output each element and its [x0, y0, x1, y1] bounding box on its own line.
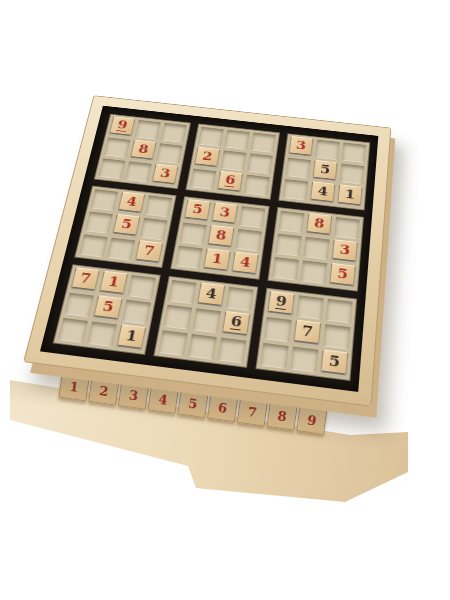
cell-r8c3[interactable] [122, 300, 151, 325]
cell-r6c4[interactable] [175, 246, 203, 269]
cell-r1c7[interactable]: 3 [288, 137, 313, 157]
box-2: 26 [185, 124, 280, 200]
tile-digit: 1 [211, 252, 224, 266]
tile-digit: 3 [219, 206, 231, 219]
tile-digit: 5 [320, 163, 331, 176]
tile-digit: 1 [125, 328, 139, 343]
cell-r6c7[interactable] [272, 257, 299, 281]
cell-r2c2[interactable]: 8 [130, 140, 156, 160]
box-1: 983 [94, 114, 191, 189]
cell-r8c4[interactable] [163, 305, 192, 330]
tile-r4c4[interactable]: 5 [185, 199, 210, 219]
cell-r5c2[interactable]: 5 [112, 215, 140, 237]
tile-r5c9[interactable]: 3 [333, 239, 357, 260]
cell-r2c9[interactable] [340, 164, 365, 185]
cell-r5c4[interactable] [179, 222, 206, 245]
tray-digit: 3 [128, 387, 139, 403]
cell-r1c3[interactable] [161, 123, 187, 143]
cell-r6c9[interactable]: 5 [329, 264, 355, 288]
tile-r7c1[interactable]: 7 [72, 267, 99, 289]
cell-r4c7[interactable] [278, 211, 304, 233]
cell-r3c6[interactable] [244, 175, 270, 196]
tile-digit: 5 [101, 299, 115, 314]
box-3: 3541 [278, 133, 370, 210]
cell-r1c9[interactable] [342, 143, 366, 164]
cell-r1c6[interactable] [251, 133, 276, 153]
cell-r7c1[interactable]: 7 [70, 268, 99, 292]
tile-digit: 2 [201, 150, 213, 162]
tile-r6c3[interactable]: 7 [136, 240, 162, 261]
cell-r4c3[interactable] [145, 195, 172, 217]
cell-r4c9[interactable] [334, 217, 360, 240]
sudoku-grid: 98326354145753814835715146975 [40, 106, 378, 392]
cell-r8c5[interactable] [192, 308, 221, 333]
tile-r7c2[interactable]: 1 [100, 271, 127, 293]
cell-r7c7[interactable]: 9 [267, 292, 295, 317]
cell-r2c5[interactable] [221, 150, 247, 171]
cell-r8c7[interactable] [264, 317, 292, 342]
cell-r5c7[interactable] [275, 234, 302, 257]
cell-r8c8[interactable]: 7 [293, 321, 321, 346]
cell-r2c4[interactable]: 2 [194, 147, 220, 168]
tile-r6c5[interactable]: 1 [205, 248, 230, 269]
cell-r5c8[interactable] [303, 237, 329, 260]
cell-r6c5[interactable]: 1 [203, 249, 231, 272]
tile-r8c2[interactable]: 5 [95, 295, 122, 318]
tray-tile-1[interactable]: 1 [58, 372, 89, 402]
cell-r7c8[interactable] [296, 295, 323, 320]
board-frame: 98326354145753814835715146975 [23, 95, 391, 406]
tray-tile-6[interactable]: 6 [207, 393, 238, 423]
cell-r4c5[interactable]: 3 [211, 203, 238, 225]
cell-r2c6[interactable] [247, 153, 273, 174]
cell-r3c8[interactable]: 4 [310, 182, 335, 204]
cell-r1c4[interactable] [198, 127, 224, 147]
tile-digit: 9 [275, 294, 288, 310]
tray-digit: 4 [158, 391, 169, 407]
tray-digit: 6 [217, 399, 228, 415]
cell-r7c5[interactable]: 4 [197, 283, 225, 307]
tile-digit: 6 [224, 174, 236, 188]
tile-r9c3[interactable]: 1 [118, 324, 145, 347]
cell-r5c6[interactable] [235, 229, 262, 252]
cell-r9c4[interactable] [158, 330, 187, 356]
tile-r4c8[interactable]: 8 [307, 213, 331, 234]
tile-digit: 3 [159, 167, 171, 180]
box-7: 7151 [53, 264, 161, 355]
tile-r8c6[interactable]: 6 [223, 311, 249, 334]
cell-r7c4[interactable] [168, 280, 196, 304]
cell-r3c4[interactable] [190, 169, 216, 190]
tile-r3c8[interactable]: 4 [311, 181, 334, 201]
tray-tile-7[interactable]: 7 [237, 397, 268, 427]
cell-r1c8[interactable] [315, 140, 340, 160]
tray-tile-9[interactable]: 9 [296, 405, 327, 435]
box-9: 975 [255, 288, 357, 381]
cell-r4c1[interactable] [91, 189, 119, 211]
cell-r9c2[interactable] [87, 321, 117, 346]
tile-r5c2[interactable]: 5 [114, 214, 140, 235]
tile-digit: 1 [344, 188, 355, 201]
cell-r9c7[interactable] [260, 343, 288, 369]
tile-digit: 7 [143, 244, 156, 258]
box-8: 46 [153, 276, 258, 368]
cell-r5c1[interactable] [85, 211, 113, 233]
tray-digit: 9 [306, 412, 317, 428]
tile-digit: 3 [295, 139, 306, 151]
cell-r8c6[interactable]: 6 [222, 312, 250, 337]
cell-r4c6[interactable] [239, 206, 265, 228]
tray-digit: 1 [69, 378, 80, 394]
tile-digit: 4 [317, 185, 328, 198]
tile-r3c5[interactable]: 6 [218, 171, 242, 191]
cell-r5c3[interactable] [140, 218, 168, 241]
cell-r1c5[interactable] [224, 130, 249, 150]
cell-r8c2[interactable]: 5 [93, 296, 122, 321]
tile-digit: 5 [328, 354, 341, 370]
cell-r8c9[interactable] [323, 324, 350, 350]
cell-r4c8[interactable]: 8 [306, 214, 332, 236]
tile-r6c9[interactable]: 5 [331, 263, 355, 285]
cell-r9c9[interactable]: 5 [320, 350, 348, 376]
box-6: 835 [267, 207, 364, 292]
tile-r4c5[interactable]: 3 [213, 202, 237, 222]
tile-r9c9[interactable]: 5 [322, 349, 348, 373]
cell-r7c3[interactable] [127, 275, 156, 299]
cell-r2c7[interactable] [286, 158, 311, 179]
cell-r6c2[interactable] [107, 238, 135, 261]
tray-digit: 2 [98, 383, 109, 399]
tile-r2c2[interactable]: 8 [131, 140, 155, 159]
cell-r6c8[interactable] [301, 260, 328, 284]
cell-r3c5[interactable]: 6 [217, 172, 243, 193]
tile-r2c4[interactable]: 2 [195, 147, 219, 166]
tile-digit: 9 [116, 119, 128, 132]
cell-r6c6[interactable]: 4 [231, 252, 258, 275]
tile-r3c9[interactable]: 1 [339, 184, 362, 204]
tile-digit: 1 [107, 275, 120, 289]
cell-r2c8[interactable]: 5 [313, 161, 338, 182]
tile-r5c5[interactable]: 8 [209, 225, 234, 246]
tile-r2c8[interactable]: 5 [314, 160, 337, 179]
cell-r6c1[interactable] [79, 234, 108, 257]
tray-tile-4[interactable]: 4 [148, 384, 179, 414]
box-4: 457 [74, 186, 176, 268]
cell-r5c9[interactable]: 3 [332, 240, 358, 263]
tile-digit: 5 [120, 217, 133, 230]
box-5: 53814 [170, 196, 269, 280]
cell-r9c1[interactable] [58, 318, 88, 343]
tile-r3c3[interactable]: 3 [153, 164, 177, 183]
cell-r9c8[interactable] [290, 347, 318, 373]
tile-r1c1[interactable]: 9 [110, 116, 134, 134]
cell-r1c2[interactable] [135, 120, 161, 140]
tile-r4c2[interactable]: 4 [119, 192, 144, 212]
cell-r3c3[interactable]: 3 [152, 164, 179, 185]
tile-r7c5[interactable]: 4 [198, 283, 224, 305]
tile-digit: 4 [125, 195, 138, 208]
cell-r9c3[interactable]: 1 [116, 325, 146, 351]
tile-digit: 4 [205, 286, 218, 301]
tile-digit: 5 [337, 267, 349, 281]
cell-r2c3[interactable] [156, 143, 182, 164]
cell-r4c2[interactable]: 4 [118, 192, 145, 214]
tile-r8c8[interactable]: 7 [295, 320, 320, 343]
cell-r7c9[interactable] [326, 299, 353, 324]
tray-digit: 8 [277, 408, 288, 424]
tile-digit: 8 [137, 143, 149, 155]
tile-digit: 8 [313, 217, 325, 230]
tray-tile-5[interactable]: 5 [177, 388, 208, 418]
tray-digit: 5 [187, 395, 198, 411]
tile-digit: 3 [339, 243, 351, 257]
tile-r7c7[interactable]: 9 [269, 291, 294, 314]
cell-r7c6[interactable] [226, 287, 254, 311]
cell-r1c1[interactable]: 9 [109, 117, 135, 137]
cell-r3c1[interactable] [98, 158, 125, 179]
cell-r3c2[interactable] [125, 161, 152, 182]
tray-tile-2[interactable]: 2 [88, 376, 119, 406]
board: 98326354145753814835715146975 [24, 95, 392, 404]
cell-r6c3[interactable]: 7 [135, 241, 163, 264]
tray-digit: 7 [247, 404, 258, 420]
cell-r5c5[interactable]: 8 [207, 226, 234, 249]
tile-digit: 4 [239, 255, 251, 269]
tile-digit: 6 [230, 315, 243, 331]
tile-digit: 7 [301, 324, 314, 339]
cell-r4c4[interactable]: 5 [184, 200, 211, 222]
tray-tile-3[interactable]: 3 [118, 380, 149, 410]
cell-r9c6[interactable] [218, 338, 247, 364]
tray-tile-8[interactable]: 8 [266, 401, 297, 431]
tile-r6c6[interactable]: 4 [233, 252, 258, 273]
cell-r9c5[interactable] [188, 334, 217, 360]
tile-digit: 7 [79, 271, 93, 285]
cell-r2c1[interactable] [104, 137, 131, 157]
tile-digit: 8 [215, 228, 227, 242]
tile-digit: 5 [191, 203, 203, 216]
cell-r8c1[interactable] [64, 293, 94, 318]
cell-r3c9[interactable]: 1 [337, 185, 362, 207]
cell-r7c2[interactable]: 1 [99, 272, 128, 296]
scene: { "game": "sudoku", "description": "Wood… [0, 0, 450, 600]
tile-r1c7[interactable]: 3 [290, 136, 313, 155]
cell-r3c7[interactable] [283, 179, 309, 201]
